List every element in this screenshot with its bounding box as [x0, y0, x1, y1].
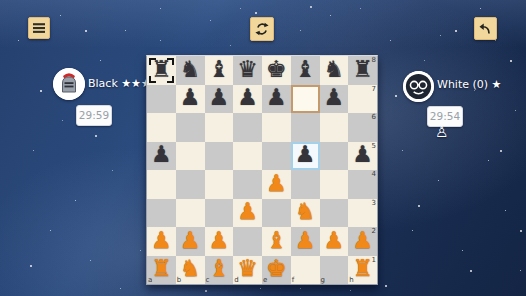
black-clock: 29:59	[76, 105, 112, 126]
rank-label: 7	[372, 85, 376, 93]
square-b3[interactable]	[176, 199, 205, 228]
white-knight: ♞	[295, 200, 316, 223]
square-h6[interactable]: 6	[348, 113, 377, 142]
white-pawn: ♟	[180, 229, 201, 252]
square-a4[interactable]	[147, 170, 176, 199]
white-bishop: ♝	[209, 257, 230, 280]
square-a2[interactable]: ♟	[147, 227, 176, 256]
square-a1[interactable]: ♜a	[147, 256, 176, 285]
white-pawn: ♟	[151, 229, 172, 252]
square-d8[interactable]: ♛	[233, 56, 262, 85]
square-d4[interactable]	[233, 170, 262, 199]
rank-label: 4	[372, 170, 376, 178]
restart-button[interactable]	[250, 17, 274, 41]
white-king: ♚	[266, 257, 287, 280]
square-g8[interactable]: ♞	[320, 56, 349, 85]
square-a6[interactable]	[147, 113, 176, 142]
back-arrow-icon	[477, 20, 494, 37]
square-c1[interactable]: ♝c	[205, 256, 234, 285]
hamburger-icon	[31, 20, 47, 36]
black-king: ♚	[266, 58, 287, 81]
square-b6[interactable]	[176, 113, 205, 142]
square-c8[interactable]: ♝	[205, 56, 234, 85]
square-h3[interactable]: 3	[348, 199, 377, 228]
square-a7[interactable]	[147, 85, 176, 114]
rank-label: 5	[372, 142, 376, 150]
square-c4[interactable]	[205, 170, 234, 199]
square-c5[interactable]	[205, 142, 234, 171]
knight-helmet-icon	[53, 68, 85, 100]
square-e2[interactable]: ♝	[262, 227, 291, 256]
black-bishop: ♝	[295, 58, 316, 81]
white-rook: ♜	[151, 257, 172, 280]
square-c6[interactable]	[205, 113, 234, 142]
square-h8[interactable]: ♜8	[348, 56, 377, 85]
square-g7[interactable]: ♟	[320, 85, 349, 114]
black-knight: ♞	[324, 58, 345, 81]
square-f3[interactable]: ♞	[291, 199, 320, 228]
square-h2[interactable]: ♟2	[348, 227, 377, 256]
black-pawn: ♟	[151, 143, 172, 166]
square-e7[interactable]: ♟	[262, 85, 291, 114]
square-d2[interactable]	[233, 227, 262, 256]
square-f6[interactable]	[291, 113, 320, 142]
white-pawn: ♟	[237, 200, 258, 223]
refresh-icon	[253, 20, 271, 38]
white-pawn: ♟	[295, 229, 316, 252]
white-pawn: ♟	[352, 229, 373, 252]
black-rook: ♜	[151, 58, 172, 81]
undo-button[interactable]	[474, 17, 497, 40]
square-d5[interactable]	[233, 142, 262, 171]
black-queen: ♛	[237, 58, 258, 81]
square-g2[interactable]: ♟	[320, 227, 349, 256]
square-b5[interactable]	[176, 142, 205, 171]
file-label: a	[148, 276, 152, 284]
square-h5[interactable]: ♟5	[348, 142, 377, 171]
file-label: b	[177, 276, 181, 284]
square-e4[interactable]: ♟	[262, 170, 291, 199]
square-a3[interactable]	[147, 199, 176, 228]
square-d6[interactable]	[233, 113, 262, 142]
square-a5[interactable]: ♟	[147, 142, 176, 171]
rank-label: 8	[372, 56, 376, 64]
white-rook: ♜	[352, 257, 373, 280]
square-e6[interactable]	[262, 113, 291, 142]
file-label: h	[349, 276, 353, 284]
black-player-name: Black ★★★	[88, 77, 151, 90]
black-pawn: ♟	[209, 86, 230, 109]
square-g4[interactable]	[320, 170, 349, 199]
chess-board: ♜♞♝♛♚♝♞♜8♟♟♟♟♟76♟♟♟5♟4♟♞3♟♟♟♝♟♟♟2♜a♞b♝c♛…	[146, 55, 378, 285]
black-rook: ♜	[352, 58, 373, 81]
square-g6[interactable]	[320, 113, 349, 142]
rank-label: 6	[372, 113, 376, 121]
black-pawn: ♟	[180, 86, 201, 109]
white-pawn: ♟	[209, 229, 230, 252]
white-turn-pawn-icon: ♙	[435, 124, 448, 140]
square-f1[interactable]: f	[291, 256, 320, 285]
square-d3[interactable]: ♟	[233, 199, 262, 228]
white-player-avatar	[403, 71, 434, 102]
rank-label: 1	[372, 256, 376, 264]
square-h7[interactable]: 7	[348, 85, 377, 114]
black-pawn: ♟	[266, 86, 287, 109]
square-b7[interactable]: ♟	[176, 85, 205, 114]
square-f7[interactable]	[291, 85, 320, 114]
square-e3[interactable]	[262, 199, 291, 228]
white-bishop: ♝	[266, 229, 287, 252]
square-c3[interactable]	[205, 199, 234, 228]
file-label: e	[263, 276, 267, 284]
square-g5[interactable]	[320, 142, 349, 171]
nerd-face-icon	[403, 71, 434, 102]
square-f4[interactable]	[291, 170, 320, 199]
square-d1[interactable]: ♛d	[233, 256, 262, 285]
black-pawn: ♟	[352, 143, 373, 166]
white-pawn: ♟	[324, 229, 345, 252]
black-bishop: ♝	[209, 58, 230, 81]
app-background: Black ★★★ 29:59 White (0) ★ 29:54 ♙ ♜♞♝♛…	[0, 0, 526, 296]
square-c7[interactable]: ♟	[205, 85, 234, 114]
square-f8[interactable]: ♝	[291, 56, 320, 85]
square-c2[interactable]: ♟	[205, 227, 234, 256]
square-h4[interactable]: 4	[348, 170, 377, 199]
square-e5[interactable]	[262, 142, 291, 171]
file-label: d	[234, 276, 238, 284]
rank-label: 3	[372, 199, 376, 207]
black-pawn: ♟	[295, 143, 316, 166]
file-label: c	[206, 276, 210, 284]
square-b8[interactable]: ♞	[176, 56, 205, 85]
white-pawn: ♟	[266, 172, 287, 195]
square-d7[interactable]: ♟	[233, 85, 262, 114]
square-e1[interactable]: ♚e	[262, 256, 291, 285]
white-queen: ♛	[237, 257, 258, 280]
square-b2[interactable]: ♟	[176, 227, 205, 256]
square-a8[interactable]: ♜	[147, 56, 176, 85]
white-knight: ♞	[180, 257, 201, 280]
starfield-big	[0, 0, 2, 2]
file-label: f	[292, 276, 294, 284]
menu-button[interactable]	[28, 17, 50, 39]
square-f2[interactable]: ♟	[291, 227, 320, 256]
square-f5[interactable]: ♟	[291, 142, 320, 171]
rank-label: 2	[372, 227, 376, 235]
black-player-avatar	[53, 68, 85, 100]
square-g3[interactable]	[320, 199, 349, 228]
white-player-name: White (0) ★	[437, 78, 501, 91]
square-h1[interactable]: ♜h1	[348, 256, 377, 285]
square-e8[interactable]: ♚	[262, 56, 291, 85]
square-g1[interactable]: g	[320, 256, 349, 285]
black-knight: ♞	[180, 58, 201, 81]
file-label: g	[321, 276, 325, 284]
black-pawn: ♟	[237, 86, 258, 109]
black-pawn: ♟	[324, 86, 345, 109]
square-b1[interactable]: ♞b	[176, 256, 205, 285]
square-b4[interactable]	[176, 170, 205, 199]
